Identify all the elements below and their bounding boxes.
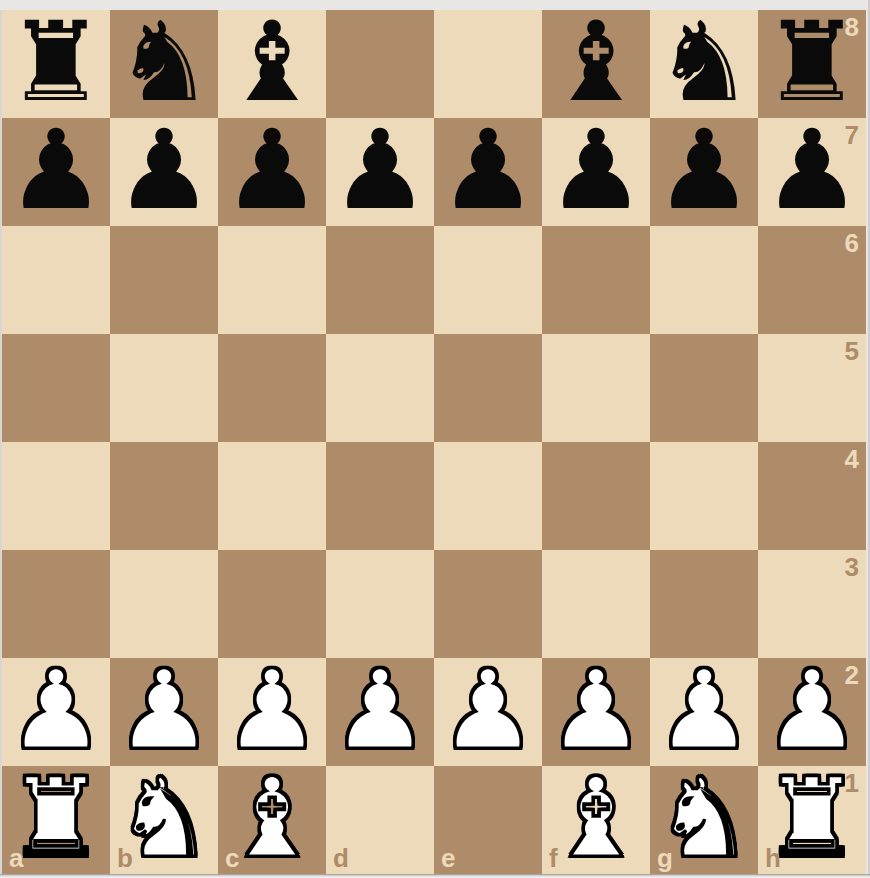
square-a3[interactable] — [2, 550, 110, 658]
square-g5[interactable] — [650, 334, 758, 442]
square-f8[interactable]: ♝ — [542, 10, 650, 118]
square-g1[interactable]: ♞g — [650, 766, 758, 874]
square-c8[interactable]: ♝ — [218, 10, 326, 118]
square-e4[interactable] — [434, 442, 542, 550]
rank-label-6: 6 — [845, 230, 859, 256]
square-b6[interactable] — [110, 226, 218, 334]
square-e5[interactable] — [434, 334, 542, 442]
square-c6[interactable] — [218, 226, 326, 334]
square-g6[interactable] — [650, 226, 758, 334]
square-f7[interactable]: ♟ — [542, 118, 650, 226]
square-f6[interactable] — [542, 226, 650, 334]
piece-white-bishop[interactable]: ♝ — [223, 764, 322, 872]
square-g4[interactable] — [650, 442, 758, 550]
square-f1[interactable]: ♝f — [542, 766, 650, 874]
square-d6[interactable] — [326, 226, 434, 334]
piece-white-pawn[interactable]: ♟ — [331, 656, 430, 764]
square-d8[interactable] — [326, 10, 434, 118]
piece-black-pawn[interactable]: ♟ — [763, 116, 862, 224]
square-a2[interactable]: ♟ — [2, 658, 110, 766]
square-c1[interactable]: ♝c — [218, 766, 326, 874]
square-f4[interactable] — [542, 442, 650, 550]
piece-white-pawn[interactable]: ♟ — [763, 656, 862, 764]
piece-white-pawn[interactable]: ♟ — [7, 656, 106, 764]
square-c5[interactable] — [218, 334, 326, 442]
square-e2[interactable]: ♟ — [434, 658, 542, 766]
square-h5[interactable]: 5 — [758, 334, 866, 442]
square-h7[interactable]: ♟7 — [758, 118, 866, 226]
square-h4[interactable]: 4 — [758, 442, 866, 550]
piece-white-pawn[interactable]: ♟ — [547, 656, 646, 764]
square-b4[interactable] — [110, 442, 218, 550]
square-a6[interactable] — [2, 226, 110, 334]
piece-black-pawn[interactable]: ♟ — [115, 116, 214, 224]
square-d5[interactable] — [326, 334, 434, 442]
piece-white-pawn[interactable]: ♟ — [115, 656, 214, 764]
piece-black-rook[interactable]: ♜ — [7, 8, 106, 116]
piece-white-knight[interactable]: ♞ — [655, 764, 754, 872]
square-a1[interactable]: ♜a — [2, 766, 110, 874]
piece-black-bishop[interactable]: ♝ — [547, 8, 646, 116]
square-h1[interactable]: ♜1h — [758, 766, 866, 874]
piece-black-bishop[interactable]: ♝ — [223, 8, 322, 116]
square-e1[interactable]: e — [434, 766, 542, 874]
piece-black-rook[interactable]: ♜ — [763, 8, 862, 116]
square-a5[interactable] — [2, 334, 110, 442]
file-label-d: d — [333, 845, 349, 871]
rank-label-5: 5 — [845, 338, 859, 364]
square-a7[interactable]: ♟ — [2, 118, 110, 226]
square-e7[interactable]: ♟ — [434, 118, 542, 226]
square-h8[interactable]: ♜8 — [758, 10, 866, 118]
piece-white-rook[interactable]: ♜ — [7, 764, 106, 872]
square-a4[interactable] — [2, 442, 110, 550]
piece-black-pawn[interactable]: ♟ — [655, 116, 754, 224]
square-e6[interactable] — [434, 226, 542, 334]
square-d7[interactable]: ♟ — [326, 118, 434, 226]
piece-white-rook[interactable]: ♜ — [763, 764, 862, 872]
square-c7[interactable]: ♟ — [218, 118, 326, 226]
piece-black-pawn[interactable]: ♟ — [7, 116, 106, 224]
square-b5[interactable] — [110, 334, 218, 442]
piece-white-pawn[interactable]: ♟ — [655, 656, 754, 764]
square-c3[interactable] — [218, 550, 326, 658]
piece-white-knight[interactable]: ♞ — [115, 764, 214, 872]
square-d3[interactable] — [326, 550, 434, 658]
square-h3[interactable]: 3 — [758, 550, 866, 658]
square-f3[interactable] — [542, 550, 650, 658]
chess-board[interactable]: ♜♞♝♝♞♜8♟♟♟♟♟♟♟♟76543♟♟♟♟♟♟♟♟2♜a♞b♝cde♝f♞… — [2, 10, 866, 874]
square-a8[interactable]: ♜ — [2, 10, 110, 118]
rank-label-4: 4 — [845, 446, 859, 472]
piece-black-pawn[interactable]: ♟ — [223, 116, 322, 224]
square-b7[interactable]: ♟ — [110, 118, 218, 226]
square-c4[interactable] — [218, 442, 326, 550]
square-f2[interactable]: ♟ — [542, 658, 650, 766]
square-b1[interactable]: ♞b — [110, 766, 218, 874]
square-h2[interactable]: ♟2 — [758, 658, 866, 766]
square-g2[interactable]: ♟ — [650, 658, 758, 766]
board-bottom-shadow — [0, 874, 870, 878]
piece-black-knight[interactable]: ♞ — [655, 8, 754, 116]
square-h6[interactable]: 6 — [758, 226, 866, 334]
square-b2[interactable]: ♟ — [110, 658, 218, 766]
square-e3[interactable] — [434, 550, 542, 658]
square-c2[interactable]: ♟ — [218, 658, 326, 766]
piece-white-bishop[interactable]: ♝ — [547, 764, 646, 872]
piece-black-pawn[interactable]: ♟ — [547, 116, 646, 224]
square-f5[interactable] — [542, 334, 650, 442]
square-b8[interactable]: ♞ — [110, 10, 218, 118]
piece-white-pawn[interactable]: ♟ — [223, 656, 322, 764]
piece-black-pawn[interactable]: ♟ — [331, 116, 430, 224]
square-b3[interactable] — [110, 550, 218, 658]
piece-black-knight[interactable]: ♞ — [115, 8, 214, 116]
square-e8[interactable] — [434, 10, 542, 118]
square-d1[interactable]: d — [326, 766, 434, 874]
piece-black-pawn[interactable]: ♟ — [439, 116, 538, 224]
square-d2[interactable]: ♟ — [326, 658, 434, 766]
file-label-e: e — [441, 845, 455, 871]
square-g7[interactable]: ♟ — [650, 118, 758, 226]
square-d4[interactable] — [326, 442, 434, 550]
square-g3[interactable] — [650, 550, 758, 658]
rank-label-3: 3 — [845, 554, 859, 580]
piece-white-pawn[interactable]: ♟ — [439, 656, 538, 764]
square-g8[interactable]: ♞ — [650, 10, 758, 118]
